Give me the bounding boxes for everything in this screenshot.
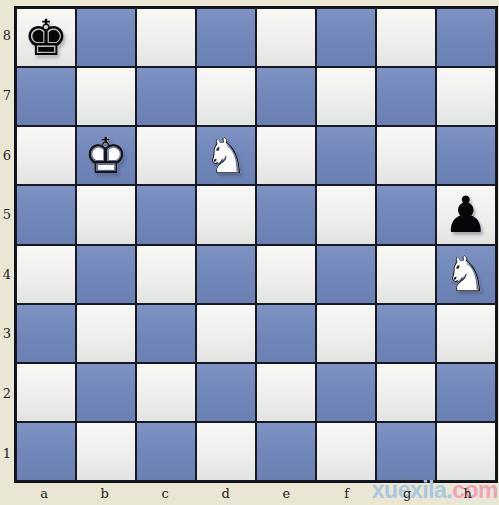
square-d5[interactable] — [196, 185, 256, 244]
rank-labels: 87654321 — [0, 6, 14, 483]
file-label-g: g — [377, 481, 438, 505]
white-king: ♚♔ — [76, 126, 136, 185]
square-d7[interactable] — [196, 67, 256, 126]
square-c3[interactable] — [136, 304, 196, 363]
square-d3[interactable] — [196, 304, 256, 363]
rank-label-2: 2 — [0, 364, 14, 424]
file-labels: abcdefgh — [14, 481, 498, 505]
black-king: ♚ — [16, 8, 76, 67]
black-king-glyph: ♚ — [16, 8, 76, 67]
square-c8[interactable] — [136, 8, 196, 67]
white-king-outline: ♔ — [76, 126, 136, 185]
square-g4[interactable] — [376, 245, 436, 304]
rank-label-8: 8 — [0, 6, 14, 66]
square-f6[interactable] — [316, 126, 376, 185]
rank-label-3: 3 — [0, 304, 14, 364]
square-b6[interactable]: ♚♔ — [76, 126, 136, 185]
square-e6[interactable] — [256, 126, 316, 185]
square-g2[interactable] — [376, 363, 436, 422]
square-b1[interactable] — [76, 422, 136, 481]
square-a2[interactable] — [16, 363, 76, 422]
file-label-f: f — [317, 481, 378, 505]
white-knight-outline: ♘ — [196, 126, 256, 185]
file-label-a: a — [14, 481, 75, 505]
file-label-h: h — [438, 481, 499, 505]
square-e4[interactable] — [256, 245, 316, 304]
chess-diagram: 87654321 ♚♚♔♞♘♟♞♘ abcdefgh xuexila.com — [0, 0, 499, 505]
square-a6[interactable] — [16, 126, 76, 185]
square-g6[interactable] — [376, 126, 436, 185]
square-f8[interactable] — [316, 8, 376, 67]
square-c1[interactable] — [136, 422, 196, 481]
rank-label-4: 4 — [0, 245, 14, 305]
white-king-fill: ♚ — [76, 126, 136, 185]
black-pawn: ♟ — [436, 185, 496, 244]
square-h8[interactable] — [436, 8, 496, 67]
square-g7[interactable] — [376, 67, 436, 126]
square-f3[interactable] — [316, 304, 376, 363]
square-f4[interactable] — [316, 245, 376, 304]
file-label-d: d — [196, 481, 257, 505]
square-b7[interactable] — [76, 67, 136, 126]
black-pawn-glyph: ♟ — [436, 185, 496, 244]
square-e3[interactable] — [256, 304, 316, 363]
square-h2[interactable] — [436, 363, 496, 422]
white-knight: ♞♘ — [436, 245, 496, 304]
square-g3[interactable] — [376, 304, 436, 363]
square-f5[interactable] — [316, 185, 376, 244]
square-a1[interactable] — [16, 422, 76, 481]
square-h7[interactable] — [436, 67, 496, 126]
square-a8[interactable]: ♚ — [16, 8, 76, 67]
white-knight-fill: ♞ — [196, 126, 256, 185]
square-b2[interactable] — [76, 363, 136, 422]
square-e7[interactable] — [256, 67, 316, 126]
rank-label-7: 7 — [0, 66, 14, 126]
white-knight: ♞♘ — [196, 126, 256, 185]
square-f7[interactable] — [316, 67, 376, 126]
rank-label-6: 6 — [0, 125, 14, 185]
square-f1[interactable] — [316, 422, 376, 481]
rank-label-1: 1 — [0, 423, 14, 483]
square-b8[interactable] — [76, 8, 136, 67]
square-e8[interactable] — [256, 8, 316, 67]
square-h6[interactable] — [436, 126, 496, 185]
square-d6[interactable]: ♞♘ — [196, 126, 256, 185]
square-c2[interactable] — [136, 363, 196, 422]
square-e5[interactable] — [256, 185, 316, 244]
square-c6[interactable] — [136, 126, 196, 185]
chess-board: ♚♚♔♞♘♟♞♘ — [14, 6, 498, 483]
square-c5[interactable] — [136, 185, 196, 244]
square-c7[interactable] — [136, 67, 196, 126]
square-b4[interactable] — [76, 245, 136, 304]
file-label-b: b — [75, 481, 136, 505]
square-a5[interactable] — [16, 185, 76, 244]
square-h1[interactable] — [436, 422, 496, 481]
white-knight-outline: ♘ — [436, 245, 496, 304]
square-e1[interactable] — [256, 422, 316, 481]
square-b5[interactable] — [76, 185, 136, 244]
square-g8[interactable] — [376, 8, 436, 67]
white-knight-fill: ♞ — [436, 245, 496, 304]
square-d8[interactable] — [196, 8, 256, 67]
rank-label-5: 5 — [0, 185, 14, 245]
square-d1[interactable] — [196, 422, 256, 481]
square-d4[interactable] — [196, 245, 256, 304]
square-g5[interactable] — [376, 185, 436, 244]
square-e2[interactable] — [256, 363, 316, 422]
square-h4[interactable]: ♞♘ — [436, 245, 496, 304]
square-a4[interactable] — [16, 245, 76, 304]
square-d2[interactable] — [196, 363, 256, 422]
square-h3[interactable] — [436, 304, 496, 363]
square-a7[interactable] — [16, 67, 76, 126]
square-g1[interactable] — [376, 422, 436, 481]
file-label-e: e — [256, 481, 317, 505]
square-h5[interactable]: ♟ — [436, 185, 496, 244]
square-c4[interactable] — [136, 245, 196, 304]
square-b3[interactable] — [76, 304, 136, 363]
square-f2[interactable] — [316, 363, 376, 422]
file-label-c: c — [135, 481, 196, 505]
square-a3[interactable] — [16, 304, 76, 363]
